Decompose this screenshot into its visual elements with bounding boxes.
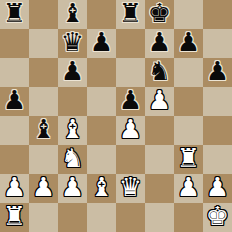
square-e4[interactable]: ♟ [116, 116, 145, 145]
square-a4[interactable] [0, 116, 29, 145]
square-b2[interactable]: ♟ [29, 174, 58, 203]
square-f8[interactable]: ♚ [145, 0, 174, 29]
square-c6[interactable]: ♟ [58, 58, 87, 87]
square-h1[interactable]: ♚ [203, 203, 232, 232]
square-g7[interactable]: ♟ [174, 29, 203, 58]
square-a2[interactable]: ♟ [0, 174, 29, 203]
piece-white-knight[interactable]: ♞ [61, 145, 84, 173]
piece-white-pawn[interactable]: ♟ [32, 174, 55, 202]
piece-black-king[interactable]: ♚ [148, 0, 171, 28]
square-a1[interactable]: ♜ [0, 203, 29, 232]
piece-black-pawn[interactable]: ♟ [119, 87, 142, 115]
piece-white-bishop[interactable]: ♝ [61, 116, 84, 144]
square-e8[interactable]: ♜ [116, 0, 145, 29]
square-g8[interactable] [174, 0, 203, 29]
square-d7[interactable]: ♟ [87, 29, 116, 58]
chess-board: ♜♝♜♚♛♟♟♟♟♞♟♟♟♟♝♝♟♞♜♟♟♟♝♛♟♟♜♚ [0, 0, 232, 232]
square-a5[interactable]: ♟ [0, 87, 29, 116]
square-c4[interactable]: ♝ [58, 116, 87, 145]
piece-black-rook[interactable]: ♜ [119, 0, 142, 28]
square-e7[interactable] [116, 29, 145, 58]
square-g5[interactable] [174, 87, 203, 116]
piece-white-king[interactable]: ♚ [206, 203, 229, 231]
square-a6[interactable] [0, 58, 29, 87]
square-a7[interactable] [0, 29, 29, 58]
square-b4[interactable]: ♝ [29, 116, 58, 145]
piece-black-rook[interactable]: ♜ [3, 0, 26, 28]
square-f5[interactable]: ♟ [145, 87, 174, 116]
square-b5[interactable] [29, 87, 58, 116]
square-h5[interactable] [203, 87, 232, 116]
square-c5[interactable] [58, 87, 87, 116]
square-f2[interactable] [145, 174, 174, 203]
piece-black-bishop[interactable]: ♝ [61, 0, 84, 28]
square-f6[interactable]: ♞ [145, 58, 174, 87]
square-f1[interactable] [145, 203, 174, 232]
piece-black-pawn[interactable]: ♟ [3, 87, 26, 115]
square-h7[interactable] [203, 29, 232, 58]
square-a8[interactable]: ♜ [0, 0, 29, 29]
square-a3[interactable] [0, 145, 29, 174]
square-h4[interactable] [203, 116, 232, 145]
square-d2[interactable]: ♝ [87, 174, 116, 203]
square-b6[interactable] [29, 58, 58, 87]
square-b8[interactable] [29, 0, 58, 29]
piece-white-queen[interactable]: ♛ [119, 174, 142, 202]
square-g4[interactable] [174, 116, 203, 145]
square-g3[interactable]: ♜ [174, 145, 203, 174]
square-h8[interactable] [203, 0, 232, 29]
square-e5[interactable]: ♟ [116, 87, 145, 116]
square-c3[interactable]: ♞ [58, 145, 87, 174]
piece-white-pawn[interactable]: ♟ [148, 87, 171, 115]
square-f4[interactable] [145, 116, 174, 145]
square-b3[interactable] [29, 145, 58, 174]
piece-white-rook[interactable]: ♜ [177, 145, 200, 173]
piece-black-knight[interactable]: ♞ [148, 58, 171, 86]
square-b7[interactable] [29, 29, 58, 58]
square-e6[interactable] [116, 58, 145, 87]
square-d6[interactable] [87, 58, 116, 87]
piece-black-bishop[interactable]: ♝ [32, 116, 55, 144]
square-h2[interactable]: ♟ [203, 174, 232, 203]
piece-black-pawn[interactable]: ♟ [148, 29, 171, 57]
square-d1[interactable] [87, 203, 116, 232]
piece-black-pawn[interactable]: ♟ [177, 29, 200, 57]
square-e2[interactable]: ♛ [116, 174, 145, 203]
square-f3[interactable] [145, 145, 174, 174]
piece-black-pawn[interactable]: ♟ [206, 58, 229, 86]
square-c7[interactable]: ♛ [58, 29, 87, 58]
piece-white-rook[interactable]: ♜ [3, 203, 26, 231]
square-f7[interactable]: ♟ [145, 29, 174, 58]
square-d3[interactable] [87, 145, 116, 174]
piece-black-pawn[interactable]: ♟ [61, 58, 84, 86]
square-d5[interactable] [87, 87, 116, 116]
piece-black-queen[interactable]: ♛ [61, 29, 84, 57]
square-g1[interactable] [174, 203, 203, 232]
piece-white-pawn[interactable]: ♟ [206, 174, 229, 202]
square-g2[interactable]: ♟ [174, 174, 203, 203]
piece-black-pawn[interactable]: ♟ [90, 29, 113, 57]
square-e1[interactable] [116, 203, 145, 232]
piece-white-pawn[interactable]: ♟ [3, 174, 26, 202]
square-h3[interactable] [203, 145, 232, 174]
square-c8[interactable]: ♝ [58, 0, 87, 29]
square-g6[interactable] [174, 58, 203, 87]
piece-white-bishop[interactable]: ♝ [90, 174, 113, 202]
piece-white-pawn[interactable]: ♟ [177, 174, 200, 202]
square-c2[interactable]: ♟ [58, 174, 87, 203]
piece-white-pawn[interactable]: ♟ [119, 116, 142, 144]
square-d4[interactable] [87, 116, 116, 145]
square-c1[interactable] [58, 203, 87, 232]
square-e3[interactable] [116, 145, 145, 174]
square-b1[interactable] [29, 203, 58, 232]
piece-white-pawn[interactable]: ♟ [61, 174, 84, 202]
square-h6[interactable]: ♟ [203, 58, 232, 87]
square-d8[interactable] [87, 0, 116, 29]
